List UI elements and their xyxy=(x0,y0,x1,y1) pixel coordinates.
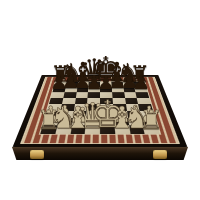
square-e3 xyxy=(100,111,114,118)
square-f3 xyxy=(113,111,127,118)
square-h1 xyxy=(143,125,160,133)
square-c2 xyxy=(71,118,86,126)
square-d3 xyxy=(86,111,100,118)
square-d1 xyxy=(85,125,100,133)
product-photo: ♜♞♝♛♚♝♞♜♟♟♟♟♟♟♟♟♟♟♟♟♟♟♟♟♜♞♝♛♚♝♞♜ xyxy=(0,0,200,200)
square-f2 xyxy=(114,118,129,126)
square-b3 xyxy=(59,111,74,118)
square-e2 xyxy=(100,118,114,126)
board-squares xyxy=(39,81,161,134)
square-h2 xyxy=(141,118,157,126)
board-frame xyxy=(12,75,187,148)
decorative-inlay-border xyxy=(20,77,180,144)
chess-board xyxy=(12,75,187,148)
brass-clasp-left xyxy=(30,150,44,159)
square-b1 xyxy=(55,125,71,133)
square-b2 xyxy=(57,118,72,126)
square-f1 xyxy=(114,125,130,133)
square-d2 xyxy=(86,118,100,126)
square-c1 xyxy=(70,125,86,133)
square-c3 xyxy=(72,111,86,118)
square-h3 xyxy=(140,111,155,118)
brass-clasp-right xyxy=(153,150,167,159)
square-e1 xyxy=(100,125,115,133)
